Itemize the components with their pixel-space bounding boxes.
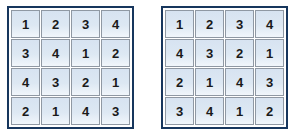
grid-cell: 3 — [165, 97, 194, 125]
grid-cell: 2 — [41, 10, 70, 38]
grid-cell: 3 — [71, 10, 100, 38]
grid-cell: 3 — [225, 10, 254, 38]
grid-cell: 1 — [71, 39, 100, 67]
board-left: 1234341243212143 — [7, 6, 134, 129]
grid-cell: 2 — [165, 68, 194, 96]
grid-cell: 1 — [11, 10, 40, 38]
grid-cell: 2 — [101, 39, 130, 67]
board-right: 1234432121433412 — [161, 6, 288, 129]
grid-cell: 2 — [71, 68, 100, 96]
grid-cell: 3 — [11, 39, 40, 67]
page: 1234341243212143 1234432121433412 — [0, 0, 300, 138]
grid-cell: 3 — [101, 97, 130, 125]
grid-cell: 4 — [195, 97, 224, 125]
grid-cell: 4 — [225, 68, 254, 96]
grid-cell: 4 — [71, 97, 100, 125]
grid-cell: 4 — [101, 10, 130, 38]
grid-cell: 2 — [195, 10, 224, 38]
grid-cell: 2 — [255, 97, 284, 125]
grid-cell: 4 — [255, 10, 284, 38]
grid-cell: 1 — [225, 97, 254, 125]
board-left-grid: 1234341243212143 — [11, 10, 130, 125]
grid-cell: 3 — [255, 68, 284, 96]
grid-cell: 4 — [165, 39, 194, 67]
board-right-grid: 1234432121433412 — [165, 10, 284, 125]
grid-cell: 1 — [255, 39, 284, 67]
grid-cell: 1 — [165, 10, 194, 38]
grid-cell: 1 — [195, 68, 224, 96]
grid-cell: 2 — [11, 97, 40, 125]
grid-cell: 4 — [11, 68, 40, 96]
grid-cell: 2 — [225, 39, 254, 67]
grid-cell: 3 — [41, 68, 70, 96]
grid-cell: 4 — [41, 39, 70, 67]
grid-cell: 1 — [101, 68, 130, 96]
grid-cell: 3 — [195, 39, 224, 67]
grid-cell: 1 — [41, 97, 70, 125]
